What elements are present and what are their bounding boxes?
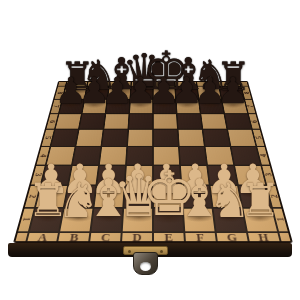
square-c5[interactable] <box>102 130 127 146</box>
corner-cell <box>16 233 27 241</box>
file-label: D <box>132 233 142 241</box>
clasp-screw <box>128 250 131 253</box>
clasp-screw <box>160 250 163 253</box>
square-g5[interactable] <box>203 130 229 146</box>
rank-label-left: 6 <box>48 120 56 123</box>
square-e5[interactable] <box>154 130 178 146</box>
square-c6[interactable] <box>105 114 129 129</box>
file-label: A <box>37 233 49 241</box>
rank-label-right: 6 <box>250 120 258 123</box>
square-d5[interactable] <box>128 130 152 146</box>
file-label: C <box>100 233 110 241</box>
square-e6[interactable] <box>154 114 177 129</box>
coordinate-cell: D <box>122 233 152 241</box>
square-b6[interactable] <box>80 114 105 129</box>
square-f5[interactable] <box>178 130 203 146</box>
square-d6[interactable] <box>129 114 152 129</box>
clasp-hole <box>140 262 151 271</box>
rank-label-right: 5 <box>254 136 263 139</box>
piece-black-pawn-h7[interactable]: ♟ <box>217 73 249 109</box>
corner-cell <box>279 233 290 241</box>
square-f6[interactable] <box>177 114 201 129</box>
file-label: H <box>257 233 270 241</box>
file-label: F <box>196 233 205 241</box>
coordinate-cell: H <box>248 233 279 241</box>
photo-stage: ABCDEFGH8877665544332211ABCDEFGH ♜♞♝♛♚♝♞… <box>0 0 300 300</box>
square-a5[interactable] <box>51 130 78 146</box>
square-h6[interactable] <box>225 114 251 129</box>
piece-white-rook-h1[interactable]: ♜ <box>240 177 281 223</box>
file-label: G <box>226 233 238 241</box>
coordinate-cell: A <box>27 233 58 241</box>
coordinate-cell: F <box>185 233 215 241</box>
rank-label-left: 5 <box>43 136 52 139</box>
file-label: B <box>69 233 79 241</box>
coordinate-cell: E <box>154 233 184 241</box>
square-a6[interactable] <box>55 114 81 129</box>
square-g6[interactable] <box>201 114 226 129</box>
coordinate-cell: G <box>216 233 247 241</box>
square-h5[interactable] <box>228 130 255 146</box>
file-label: E <box>164 233 173 241</box>
coordinate-cell: B <box>59 233 90 241</box>
square-b5[interactable] <box>77 130 103 146</box>
coordinate-cell: C <box>90 233 120 241</box>
